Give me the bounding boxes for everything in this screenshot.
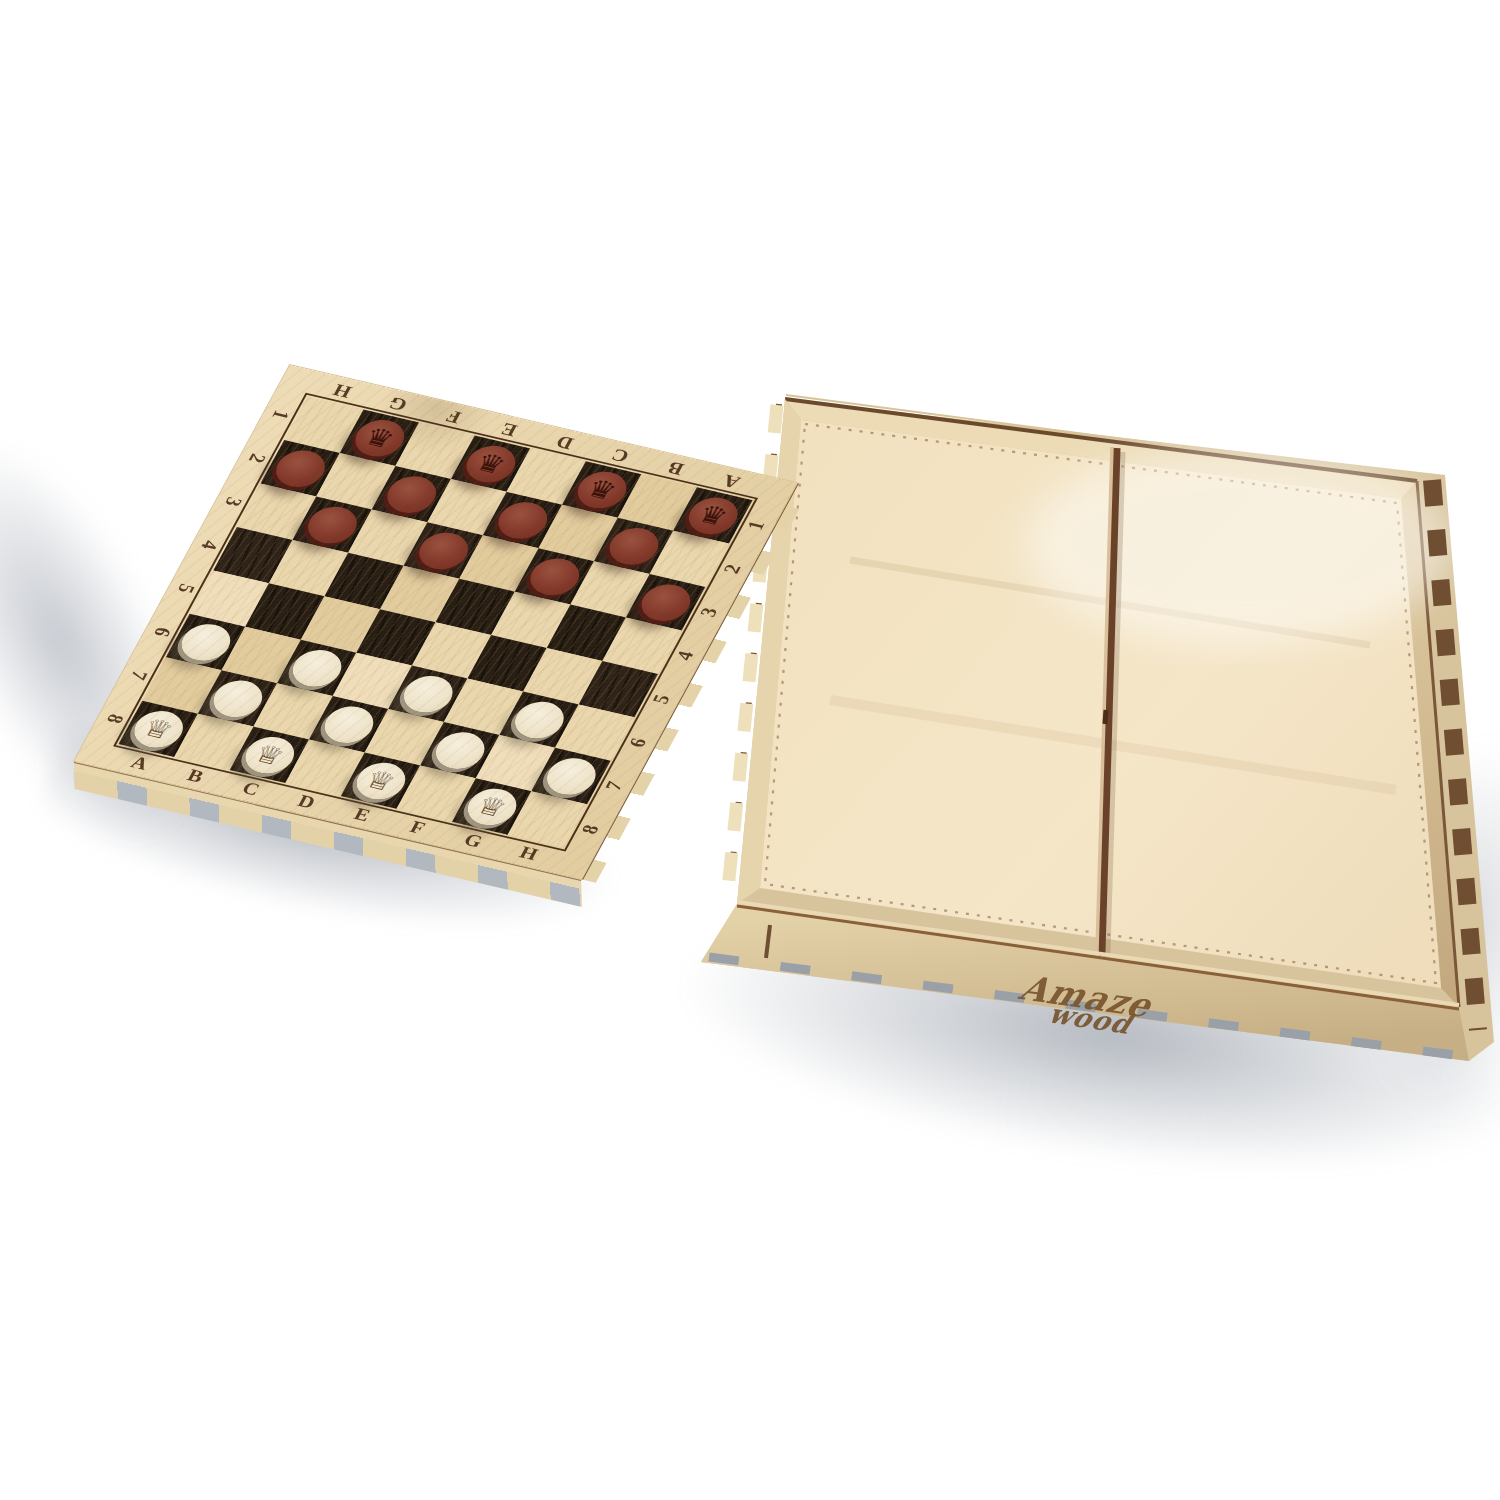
dark-king-piece: ♛	[347, 415, 411, 460]
king-crown-icon: ♛	[582, 475, 621, 504]
dark-man-piece	[634, 580, 698, 625]
light-king-piece: ♕	[237, 732, 301, 777]
dark-man-piece	[268, 446, 332, 491]
dark-king-piece: ♛	[681, 493, 745, 538]
dark-king-piece: ♛	[459, 441, 523, 486]
king-crown-icon: ♛	[471, 449, 510, 478]
dark-man-piece	[411, 528, 475, 573]
dark-king-piece: ♛	[570, 467, 634, 512]
king-crown-icon: ♕	[361, 766, 400, 795]
king-crown-icon: ♕	[472, 792, 511, 821]
light-man-piece	[539, 753, 603, 798]
dark-man-piece	[300, 502, 364, 547]
dark-man-piece	[491, 497, 555, 542]
light-man-piece	[174, 619, 238, 664]
light-king-piece: ♕	[349, 758, 413, 803]
king-crown-icon: ♛	[360, 423, 399, 452]
light-man-piece	[317, 702, 381, 747]
light-man-piece	[206, 676, 270, 721]
king-crown-icon: ♕	[250, 740, 289, 769]
dark-man-piece	[379, 471, 443, 516]
light-king-piece: ♕	[460, 784, 524, 829]
light-man-piece	[428, 727, 492, 772]
king-crown-icon: ♕	[139, 714, 178, 743]
light-king-piece: ♕	[126, 706, 190, 751]
board-lid: HGFEDCBA ABCDEFGH 12345678 12345678 ♛♛♛♛…	[0, 0, 1500, 1500]
light-man-piece	[285, 645, 349, 690]
light-man-piece	[507, 697, 571, 742]
dark-man-piece	[522, 554, 586, 599]
light-man-piece	[396, 671, 460, 716]
king-crown-icon: ♛	[694, 501, 733, 530]
dark-man-piece	[602, 523, 666, 568]
scene: Amaze wood HGFEDCBA ABCDEFGH 12345678 12…	[0, 0, 1500, 1500]
